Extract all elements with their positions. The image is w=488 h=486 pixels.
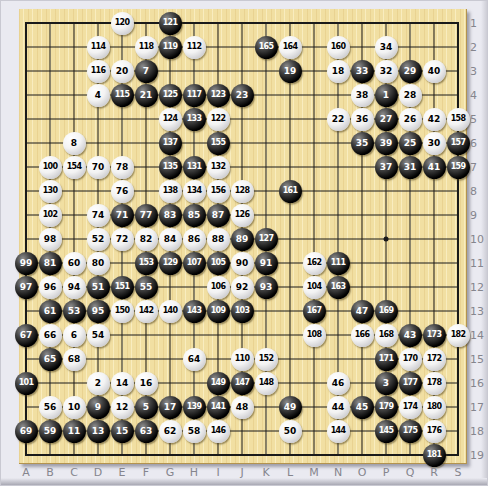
intersection-C15[interactable]: 68: [62, 347, 86, 371]
intersection-L19[interactable]: [278, 443, 302, 467]
intersection-J15[interactable]: 110: [230, 347, 254, 371]
intersection-K13[interactable]: [254, 299, 278, 323]
intersection-P16[interactable]: 3: [374, 371, 398, 395]
intersection-C13[interactable]: 53: [62, 299, 86, 323]
intersection-Q3[interactable]: 29: [398, 59, 422, 83]
intersection-R4[interactable]: [422, 83, 446, 107]
intersection-E6[interactable]: [110, 131, 134, 155]
intersection-G2[interactable]: 119: [158, 35, 182, 59]
intersection-C18[interactable]: 11: [62, 419, 86, 443]
intersection-B1[interactable]: [38, 11, 62, 35]
intersection-L14[interactable]: [278, 323, 302, 347]
intersection-Q17[interactable]: 174: [398, 395, 422, 419]
intersection-P17[interactable]: 179: [374, 395, 398, 419]
intersection-N13[interactable]: [326, 299, 350, 323]
intersection-M9[interactable]: [302, 203, 326, 227]
intersection-D5[interactable]: [86, 107, 110, 131]
intersection-I10[interactable]: 88: [206, 227, 230, 251]
intersection-B5[interactable]: [38, 107, 62, 131]
intersection-C17[interactable]: 10: [62, 395, 86, 419]
intersection-F4[interactable]: 21: [134, 83, 158, 107]
intersection-D1[interactable]: [86, 11, 110, 35]
intersection-F17[interactable]: 5: [134, 395, 158, 419]
intersection-H14[interactable]: [182, 323, 206, 347]
intersection-S18[interactable]: [446, 419, 470, 443]
intersection-S5[interactable]: 158: [446, 107, 470, 131]
intersection-J11[interactable]: 90: [230, 251, 254, 275]
intersection-I4[interactable]: 123: [206, 83, 230, 107]
intersection-E15[interactable]: [110, 347, 134, 371]
intersection-A5[interactable]: [14, 107, 38, 131]
intersection-P13[interactable]: 169: [374, 299, 398, 323]
intersection-L5[interactable]: [278, 107, 302, 131]
intersection-D8[interactable]: [86, 179, 110, 203]
intersection-L16[interactable]: [278, 371, 302, 395]
intersection-F19[interactable]: [134, 443, 158, 467]
intersection-A2[interactable]: [14, 35, 38, 59]
intersection-C14[interactable]: 6: [62, 323, 86, 347]
intersection-G17[interactable]: 17: [158, 395, 182, 419]
intersection-F9[interactable]: 77: [134, 203, 158, 227]
intersection-B12[interactable]: 96: [38, 275, 62, 299]
intersection-S12[interactable]: [446, 275, 470, 299]
intersection-N3[interactable]: 18: [326, 59, 350, 83]
intersection-A8[interactable]: [14, 179, 38, 203]
intersection-D11[interactable]: 80: [86, 251, 110, 275]
intersection-Q12[interactable]: [398, 275, 422, 299]
intersection-J5[interactable]: [230, 107, 254, 131]
intersection-R13[interactable]: [422, 299, 446, 323]
intersection-K1[interactable]: [254, 11, 278, 35]
intersection-B6[interactable]: [38, 131, 62, 155]
intersection-M2[interactable]: [302, 35, 326, 59]
intersection-S8[interactable]: [446, 179, 470, 203]
intersection-A14[interactable]: 67: [14, 323, 38, 347]
intersection-H13[interactable]: 143: [182, 299, 206, 323]
intersection-H8[interactable]: 134: [182, 179, 206, 203]
intersection-B11[interactable]: 81: [38, 251, 62, 275]
intersection-O9[interactable]: [350, 203, 374, 227]
intersection-B2[interactable]: [38, 35, 62, 59]
intersection-K12[interactable]: 93: [254, 275, 278, 299]
intersection-F15[interactable]: [134, 347, 158, 371]
intersection-A17[interactable]: [14, 395, 38, 419]
intersection-S3[interactable]: [446, 59, 470, 83]
intersection-Q14[interactable]: 43: [398, 323, 422, 347]
intersection-Q1[interactable]: [398, 11, 422, 35]
intersection-D19[interactable]: [86, 443, 110, 467]
intersection-R2[interactable]: [422, 35, 446, 59]
intersection-L15[interactable]: [278, 347, 302, 371]
intersection-K18[interactable]: [254, 419, 278, 443]
intersection-I11[interactable]: 105: [206, 251, 230, 275]
intersection-O6[interactable]: 35: [350, 131, 374, 155]
intersection-K15[interactable]: 152: [254, 347, 278, 371]
intersection-B16[interactable]: [38, 371, 62, 395]
intersection-S14[interactable]: 182: [446, 323, 470, 347]
intersection-B3[interactable]: [38, 59, 62, 83]
intersection-J16[interactable]: 147: [230, 371, 254, 395]
intersection-C1[interactable]: [62, 11, 86, 35]
intersection-H9[interactable]: 85: [182, 203, 206, 227]
intersection-M12[interactable]: 104: [302, 275, 326, 299]
intersection-K7[interactable]: [254, 155, 278, 179]
intersection-I19[interactable]: [206, 443, 230, 467]
intersection-B9[interactable]: 102: [38, 203, 62, 227]
intersection-E11[interactable]: [110, 251, 134, 275]
intersection-I3[interactable]: [206, 59, 230, 83]
intersection-F10[interactable]: 82: [134, 227, 158, 251]
intersection-J3[interactable]: [230, 59, 254, 83]
intersection-D7[interactable]: 70: [86, 155, 110, 179]
intersection-O5[interactable]: 36: [350, 107, 374, 131]
intersection-G3[interactable]: [158, 59, 182, 83]
intersection-C9[interactable]: [62, 203, 86, 227]
intersection-A10[interactable]: [14, 227, 38, 251]
intersection-Q9[interactable]: [398, 203, 422, 227]
intersection-B7[interactable]: 100: [38, 155, 62, 179]
intersection-E3[interactable]: 20: [110, 59, 134, 83]
intersection-O10[interactable]: [350, 227, 374, 251]
intersection-D13[interactable]: 95: [86, 299, 110, 323]
intersection-S4[interactable]: [446, 83, 470, 107]
intersection-I14[interactable]: [206, 323, 230, 347]
intersection-R10[interactable]: [422, 227, 446, 251]
intersection-R19[interactable]: 181: [422, 443, 446, 467]
intersection-C2[interactable]: [62, 35, 86, 59]
intersection-K19[interactable]: [254, 443, 278, 467]
intersection-A7[interactable]: [14, 155, 38, 179]
intersection-D14[interactable]: 54: [86, 323, 110, 347]
intersection-O18[interactable]: [350, 419, 374, 443]
intersection-K14[interactable]: [254, 323, 278, 347]
intersection-O15[interactable]: [350, 347, 374, 371]
intersection-O14[interactable]: 166: [350, 323, 374, 347]
intersection-E2[interactable]: [110, 35, 134, 59]
intersection-E9[interactable]: 71: [110, 203, 134, 227]
intersection-A9[interactable]: [14, 203, 38, 227]
intersection-R6[interactable]: 30: [422, 131, 446, 155]
intersection-P4[interactable]: 1: [374, 83, 398, 107]
intersection-E8[interactable]: 76: [110, 179, 134, 203]
intersection-K6[interactable]: [254, 131, 278, 155]
intersection-K11[interactable]: 91: [254, 251, 278, 275]
intersection-G14[interactable]: [158, 323, 182, 347]
intersection-R16[interactable]: 178: [422, 371, 446, 395]
intersection-J7[interactable]: [230, 155, 254, 179]
intersection-B14[interactable]: 66: [38, 323, 62, 347]
intersection-P5[interactable]: 27: [374, 107, 398, 131]
intersection-G8[interactable]: 138: [158, 179, 182, 203]
intersection-J6[interactable]: [230, 131, 254, 155]
intersection-A15[interactable]: [14, 347, 38, 371]
intersection-P19[interactable]: [374, 443, 398, 467]
intersection-A16[interactable]: 101: [14, 371, 38, 395]
intersection-G1[interactable]: 121: [158, 11, 182, 35]
intersection-N16[interactable]: 46: [326, 371, 350, 395]
intersection-H16[interactable]: [182, 371, 206, 395]
intersection-B18[interactable]: 59: [38, 419, 62, 443]
intersection-Q18[interactable]: 175: [398, 419, 422, 443]
intersection-D12[interactable]: 51: [86, 275, 110, 299]
intersection-P1[interactable]: [374, 11, 398, 35]
intersection-L1[interactable]: [278, 11, 302, 35]
intersection-H3[interactable]: [182, 59, 206, 83]
intersection-M17[interactable]: [302, 395, 326, 419]
intersection-K9[interactable]: [254, 203, 278, 227]
intersection-B19[interactable]: [38, 443, 62, 467]
intersection-R1[interactable]: [422, 11, 446, 35]
intersection-I5[interactable]: 122: [206, 107, 230, 131]
intersection-H15[interactable]: 64: [182, 347, 206, 371]
intersection-M7[interactable]: [302, 155, 326, 179]
intersection-J9[interactable]: 126: [230, 203, 254, 227]
intersection-L8[interactable]: 161: [278, 179, 302, 203]
intersection-H6[interactable]: [182, 131, 206, 155]
intersection-J1[interactable]: [230, 11, 254, 35]
intersection-Q2[interactable]: [398, 35, 422, 59]
intersection-I17[interactable]: 141: [206, 395, 230, 419]
intersection-R17[interactable]: 180: [422, 395, 446, 419]
intersection-Q5[interactable]: 26: [398, 107, 422, 131]
intersection-D16[interactable]: 2: [86, 371, 110, 395]
intersection-J4[interactable]: 23: [230, 83, 254, 107]
intersection-N2[interactable]: 160: [326, 35, 350, 59]
intersection-K16[interactable]: 148: [254, 371, 278, 395]
intersection-N15[interactable]: [326, 347, 350, 371]
intersection-N8[interactable]: [326, 179, 350, 203]
intersection-M1[interactable]: [302, 11, 326, 35]
intersection-H17[interactable]: 139: [182, 395, 206, 419]
intersection-E1[interactable]: 120: [110, 11, 134, 35]
intersection-D17[interactable]: 9: [86, 395, 110, 419]
intersection-Q13[interactable]: [398, 299, 422, 323]
intersection-G18[interactable]: 62: [158, 419, 182, 443]
intersection-L17[interactable]: 49: [278, 395, 302, 419]
intersection-C11[interactable]: 60: [62, 251, 86, 275]
intersection-R7[interactable]: 41: [422, 155, 446, 179]
intersection-S11[interactable]: [446, 251, 470, 275]
intersection-I18[interactable]: 146: [206, 419, 230, 443]
intersection-L11[interactable]: [278, 251, 302, 275]
intersection-I1[interactable]: [206, 11, 230, 35]
intersection-I6[interactable]: 155: [206, 131, 230, 155]
intersection-P7[interactable]: 37: [374, 155, 398, 179]
intersection-P9[interactable]: [374, 203, 398, 227]
intersection-E4[interactable]: 115: [110, 83, 134, 107]
intersection-N18[interactable]: 144: [326, 419, 350, 443]
intersection-H10[interactable]: 86: [182, 227, 206, 251]
intersection-C3[interactable]: [62, 59, 86, 83]
intersection-I15[interactable]: [206, 347, 230, 371]
intersection-R5[interactable]: 42: [422, 107, 446, 131]
intersection-M11[interactable]: 162: [302, 251, 326, 275]
intersection-R18[interactable]: 176: [422, 419, 446, 443]
intersection-I2[interactable]: [206, 35, 230, 59]
intersection-A3[interactable]: [14, 59, 38, 83]
intersection-C16[interactable]: [62, 371, 86, 395]
intersection-F3[interactable]: 7: [134, 59, 158, 83]
intersection-N11[interactable]: 111: [326, 251, 350, 275]
intersection-S1[interactable]: [446, 11, 470, 35]
intersection-M5[interactable]: [302, 107, 326, 131]
intersection-N10[interactable]: [326, 227, 350, 251]
intersection-P18[interactable]: 145: [374, 419, 398, 443]
intersection-A12[interactable]: 97: [14, 275, 38, 299]
intersection-S6[interactable]: 157: [446, 131, 470, 155]
intersection-S15[interactable]: [446, 347, 470, 371]
intersection-J14[interactable]: [230, 323, 254, 347]
intersection-E5[interactable]: [110, 107, 134, 131]
intersection-Q11[interactable]: [398, 251, 422, 275]
intersection-P2[interactable]: 34: [374, 35, 398, 59]
intersection-L7[interactable]: [278, 155, 302, 179]
intersection-H5[interactable]: 133: [182, 107, 206, 131]
intersection-P15[interactable]: 171: [374, 347, 398, 371]
intersection-F12[interactable]: 55: [134, 275, 158, 299]
intersection-E18[interactable]: 15: [110, 419, 134, 443]
intersection-C7[interactable]: 154: [62, 155, 86, 179]
intersection-C10[interactable]: [62, 227, 86, 251]
intersection-N5[interactable]: 22: [326, 107, 350, 131]
intersection-O12[interactable]: [350, 275, 374, 299]
intersection-O13[interactable]: 47: [350, 299, 374, 323]
intersection-L3[interactable]: 19: [278, 59, 302, 83]
intersection-E12[interactable]: 151: [110, 275, 134, 299]
intersection-E16[interactable]: 14: [110, 371, 134, 395]
intersection-J18[interactable]: [230, 419, 254, 443]
intersection-Q16[interactable]: 177: [398, 371, 422, 395]
intersection-A6[interactable]: [14, 131, 38, 155]
intersection-E13[interactable]: 150: [110, 299, 134, 323]
intersection-M8[interactable]: [302, 179, 326, 203]
intersection-S16[interactable]: [446, 371, 470, 395]
intersection-R9[interactable]: [422, 203, 446, 227]
intersection-F5[interactable]: [134, 107, 158, 131]
intersection-N19[interactable]: [326, 443, 350, 467]
intersection-R15[interactable]: 172: [422, 347, 446, 371]
intersection-A18[interactable]: 69: [14, 419, 38, 443]
intersection-L12[interactable]: [278, 275, 302, 299]
intersection-F1[interactable]: [134, 11, 158, 35]
intersection-G9[interactable]: 83: [158, 203, 182, 227]
intersection-O19[interactable]: [350, 443, 374, 467]
intersection-F18[interactable]: 63: [134, 419, 158, 443]
intersection-N4[interactable]: [326, 83, 350, 107]
intersection-J10[interactable]: 89: [230, 227, 254, 251]
intersection-K8[interactable]: [254, 179, 278, 203]
intersection-Q19[interactable]: [398, 443, 422, 467]
intersection-B17[interactable]: 56: [38, 395, 62, 419]
intersection-F7[interactable]: [134, 155, 158, 179]
intersection-N1[interactable]: [326, 11, 350, 35]
intersection-F14[interactable]: [134, 323, 158, 347]
intersection-D4[interactable]: 4: [86, 83, 110, 107]
intersection-J17[interactable]: 48: [230, 395, 254, 419]
intersection-S9[interactable]: [446, 203, 470, 227]
intersection-A13[interactable]: [14, 299, 38, 323]
intersection-H7[interactable]: 131: [182, 155, 206, 179]
intersection-S19[interactable]: [446, 443, 470, 467]
intersection-Q8[interactable]: [398, 179, 422, 203]
intersection-F8[interactable]: [134, 179, 158, 203]
intersection-G7[interactable]: 135: [158, 155, 182, 179]
intersection-M3[interactable]: [302, 59, 326, 83]
intersection-K2[interactable]: 165: [254, 35, 278, 59]
intersection-K3[interactable]: [254, 59, 278, 83]
intersection-Q7[interactable]: 31: [398, 155, 422, 179]
intersection-M15[interactable]: [302, 347, 326, 371]
intersection-H1[interactable]: [182, 11, 206, 35]
intersection-I7[interactable]: 132: [206, 155, 230, 179]
intersection-R14[interactable]: 173: [422, 323, 446, 347]
intersection-D3[interactable]: 116: [86, 59, 110, 83]
intersection-O1[interactable]: [350, 11, 374, 35]
intersection-H12[interactable]: [182, 275, 206, 299]
intersection-B4[interactable]: [38, 83, 62, 107]
intersection-L18[interactable]: 50: [278, 419, 302, 443]
intersection-J8[interactable]: 128: [230, 179, 254, 203]
intersection-G16[interactable]: [158, 371, 182, 395]
intersection-H4[interactable]: 117: [182, 83, 206, 107]
intersection-M18[interactable]: [302, 419, 326, 443]
intersection-F16[interactable]: 16: [134, 371, 158, 395]
intersection-R3[interactable]: 40: [422, 59, 446, 83]
intersection-C6[interactable]: 8: [62, 131, 86, 155]
intersection-L2[interactable]: 164: [278, 35, 302, 59]
intersection-I16[interactable]: 149: [206, 371, 230, 395]
intersection-L6[interactable]: [278, 131, 302, 155]
intersection-K10[interactable]: 127: [254, 227, 278, 251]
intersection-J19[interactable]: [230, 443, 254, 467]
intersection-I13[interactable]: 109: [206, 299, 230, 323]
intersection-N9[interactable]: [326, 203, 350, 227]
intersection-M6[interactable]: [302, 131, 326, 155]
intersection-Q10[interactable]: [398, 227, 422, 251]
intersection-I12[interactable]: 106: [206, 275, 230, 299]
intersection-P11[interactable]: [374, 251, 398, 275]
intersection-S17[interactable]: [446, 395, 470, 419]
intersection-M4[interactable]: [302, 83, 326, 107]
intersection-C4[interactable]: [62, 83, 86, 107]
intersection-Q15[interactable]: 170: [398, 347, 422, 371]
intersection-M10[interactable]: [302, 227, 326, 251]
intersection-G4[interactable]: 125: [158, 83, 182, 107]
intersection-M19[interactable]: [302, 443, 326, 467]
intersection-N17[interactable]: 44: [326, 395, 350, 419]
intersection-H2[interactable]: 112: [182, 35, 206, 59]
intersection-G15[interactable]: [158, 347, 182, 371]
intersection-S10[interactable]: [446, 227, 470, 251]
intersection-G13[interactable]: 140: [158, 299, 182, 323]
intersection-B15[interactable]: 65: [38, 347, 62, 371]
intersection-A19[interactable]: [14, 443, 38, 467]
intersection-B10[interactable]: 98: [38, 227, 62, 251]
intersection-C8[interactable]: [62, 179, 86, 203]
intersection-O4[interactable]: 38: [350, 83, 374, 107]
intersection-D10[interactable]: 52: [86, 227, 110, 251]
intersection-A1[interactable]: [14, 11, 38, 35]
intersection-I8[interactable]: 156: [206, 179, 230, 203]
intersection-R8[interactable]: [422, 179, 446, 203]
intersection-G10[interactable]: 84: [158, 227, 182, 251]
intersection-H19[interactable]: [182, 443, 206, 467]
intersection-C5[interactable]: [62, 107, 86, 131]
intersection-G12[interactable]: [158, 275, 182, 299]
intersection-H18[interactable]: 58: [182, 419, 206, 443]
intersection-N14[interactable]: [326, 323, 350, 347]
intersection-O16[interactable]: [350, 371, 374, 395]
